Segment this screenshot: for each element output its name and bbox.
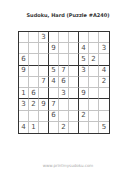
cell-r7c6[interactable] — [69, 99, 79, 110]
cell-r8c9[interactable] — [99, 111, 109, 122]
cell-r5c1[interactable] — [19, 77, 29, 88]
cell-r8c4[interactable]: 6 — [49, 111, 59, 122]
cell-r1c4[interactable] — [49, 32, 59, 43]
cell-r2c9[interactable]: 3 — [99, 43, 109, 54]
cell-r1c7[interactable] — [79, 32, 89, 43]
cell-r2c3[interactable] — [39, 43, 49, 54]
cell-r5c3[interactable]: 7 — [39, 77, 49, 88]
cell-r6c3[interactable] — [39, 88, 49, 99]
sudoku-sheet: Sudoku, Hard (Puzzle #A240) 394365295734… — [0, 0, 136, 176]
cell-r7c8[interactable] — [89, 99, 99, 110]
cell-r5c8[interactable] — [89, 77, 99, 88]
cell-r8c3[interactable] — [39, 111, 49, 122]
cell-r4c2[interactable] — [29, 66, 39, 77]
cell-r1c5[interactable] — [59, 32, 69, 43]
cell-r1c2[interactable] — [29, 32, 39, 43]
cell-r8c7[interactable]: 2 — [79, 111, 89, 122]
cell-r1c8[interactable] — [89, 32, 99, 43]
cell-r4c5[interactable]: 7 — [59, 66, 69, 77]
cell-r6c9[interactable] — [99, 88, 109, 99]
cell-r1c6[interactable] — [69, 32, 79, 43]
cell-r7c3[interactable]: 9 — [39, 99, 49, 110]
cell-r4c3[interactable] — [39, 66, 49, 77]
cell-r5c9[interactable]: 2 — [99, 77, 109, 88]
cell-r9c7[interactable] — [79, 122, 89, 133]
cell-r5c4[interactable]: 4 — [49, 77, 59, 88]
cell-r6c4[interactable] — [49, 88, 59, 99]
cell-r7c5[interactable] — [59, 99, 69, 110]
cell-r2c1[interactable] — [19, 43, 29, 54]
cell-r8c8[interactable] — [89, 111, 99, 122]
cell-r4c8[interactable] — [89, 66, 99, 77]
cell-r1c1[interactable] — [19, 32, 29, 43]
cell-r7c1[interactable]: 3 — [19, 99, 29, 110]
page-title: Sudoku, Hard (Puzzle #A240) — [0, 12, 136, 18]
cell-r2c5[interactable] — [59, 43, 69, 54]
cell-r5c5[interactable]: 6 — [59, 77, 69, 88]
cell-r9c5[interactable]: 2 — [59, 122, 69, 133]
cell-r8c1[interactable] — [19, 111, 29, 122]
cell-r4c9[interactable]: 4 — [99, 66, 109, 77]
cell-r9c2[interactable]: 1 — [29, 122, 39, 133]
cell-r9c4[interactable] — [49, 122, 59, 133]
cell-r5c2[interactable] — [29, 77, 39, 88]
cell-r2c2[interactable] — [29, 43, 39, 54]
cell-r3c6[interactable] — [69, 54, 79, 65]
cell-r6c7[interactable]: 9 — [79, 88, 89, 99]
cell-r3c4[interactable] — [49, 54, 59, 65]
cell-r6c1[interactable]: 1 — [19, 88, 29, 99]
cell-r9c9[interactable]: 5 — [99, 122, 109, 133]
cell-r9c1[interactable]: 4 — [19, 122, 29, 133]
cell-r4c4[interactable]: 5 — [49, 66, 59, 77]
cell-r3c7[interactable]: 5 — [79, 54, 89, 65]
cell-r6c6[interactable] — [69, 88, 79, 99]
cell-r9c6[interactable] — [69, 122, 79, 133]
cell-r8c6[interactable] — [69, 111, 79, 122]
footer-url: www.printmysudoku.com — [0, 163, 136, 168]
cell-r4c6[interactable] — [69, 66, 79, 77]
cell-r8c5[interactable] — [59, 111, 69, 122]
cell-r3c1[interactable]: 6 — [19, 54, 29, 65]
cell-r5c7[interactable] — [79, 77, 89, 88]
cell-r2c4[interactable]: 9 — [49, 43, 59, 54]
cell-r8c2[interactable] — [29, 111, 39, 122]
cell-r3c5[interactable] — [59, 54, 69, 65]
cell-r2c8[interactable] — [89, 43, 99, 54]
cell-r5c6[interactable] — [69, 77, 79, 88]
cell-r3c3[interactable] — [39, 54, 49, 65]
cell-r7c9[interactable] — [99, 99, 109, 110]
cell-r3c8[interactable]: 2 — [89, 54, 99, 65]
cell-r7c4[interactable]: 7 — [49, 99, 59, 110]
cell-r3c9[interactable] — [99, 54, 109, 65]
cell-r2c6[interactable] — [69, 43, 79, 54]
cell-r2c7[interactable]: 4 — [79, 43, 89, 54]
cell-r1c9[interactable] — [99, 32, 109, 43]
cell-r9c3[interactable] — [39, 122, 49, 133]
cell-r4c1[interactable]: 9 — [19, 66, 29, 77]
cell-r7c7[interactable] — [79, 99, 89, 110]
sudoku-grid: 394365295734746216393297624125 — [18, 31, 110, 134]
cell-r6c5[interactable]: 3 — [59, 88, 69, 99]
cell-r9c8[interactable] — [89, 122, 99, 133]
cell-r4c7[interactable]: 3 — [79, 66, 89, 77]
cell-r6c2[interactable]: 6 — [29, 88, 39, 99]
cell-r3c2[interactable] — [29, 54, 39, 65]
cell-r6c8[interactable] — [89, 88, 99, 99]
cell-r1c3[interactable]: 3 — [39, 32, 49, 43]
cell-r7c2[interactable]: 2 — [29, 99, 39, 110]
